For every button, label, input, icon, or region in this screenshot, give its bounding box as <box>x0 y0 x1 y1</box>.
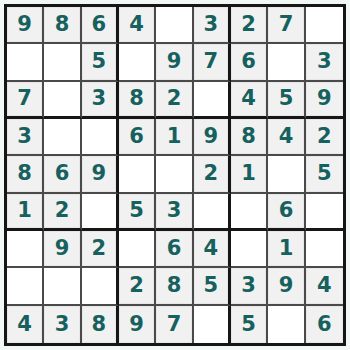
cell-r2c7-given[interactable]: 6 <box>231 44 268 81</box>
cell-r1c5-empty[interactable] <box>156 7 193 44</box>
cell-r9c8-empty[interactable] <box>268 306 305 343</box>
cell-r7c3-given[interactable]: 2 <box>82 231 119 268</box>
cell-r4c1-given[interactable]: 3 <box>7 119 44 156</box>
cell-r5c8-empty[interactable] <box>268 156 305 193</box>
cell-r8c6-given[interactable]: 5 <box>194 268 231 305</box>
cell-r7c1-empty[interactable] <box>7 231 44 268</box>
cell-r2c8-empty[interactable] <box>268 44 305 81</box>
cell-r7c4-empty[interactable] <box>119 231 156 268</box>
cell-r9c2-given[interactable]: 3 <box>44 306 81 343</box>
cell-r5c9-given[interactable]: 5 <box>306 156 343 193</box>
cell-r4c5-given[interactable]: 1 <box>156 119 193 156</box>
cell-r1c6-given[interactable]: 3 <box>194 7 231 44</box>
cell-r4c3-empty[interactable] <box>82 119 119 156</box>
cell-r5c4-empty[interactable] <box>119 156 156 193</box>
cell-r5c2-given[interactable]: 6 <box>44 156 81 193</box>
cell-r1c3-given[interactable]: 6 <box>82 7 119 44</box>
cell-r2c6-given[interactable]: 7 <box>194 44 231 81</box>
cell-r4c8-given[interactable]: 4 <box>268 119 305 156</box>
cell-r4c9-given[interactable]: 2 <box>306 119 343 156</box>
cell-r5c6-given[interactable]: 2 <box>194 156 231 193</box>
cell-r3c9-given[interactable]: 9 <box>306 82 343 119</box>
cell-r8c9-given[interactable]: 4 <box>306 268 343 305</box>
cell-r3c6-empty[interactable] <box>194 82 231 119</box>
cell-r9c6-empty[interactable] <box>194 306 231 343</box>
cell-r3c1-given[interactable]: 7 <box>7 82 44 119</box>
cell-r1c2-given[interactable]: 8 <box>44 7 81 44</box>
cell-r4c2-empty[interactable] <box>44 119 81 156</box>
cell-r5c1-given[interactable]: 8 <box>7 156 44 193</box>
cell-r7c8-given[interactable]: 1 <box>268 231 305 268</box>
cell-r9c5-given[interactable]: 7 <box>156 306 193 343</box>
cell-r1c1-given[interactable]: 9 <box>7 7 44 44</box>
cell-r2c2-empty[interactable] <box>44 44 81 81</box>
cell-r8c8-given[interactable]: 9 <box>268 268 305 305</box>
cell-r5c3-given[interactable]: 9 <box>82 156 119 193</box>
sudoku-board: 9864327597637382459361984286921512536926… <box>4 4 346 346</box>
cell-r9c9-given[interactable]: 6 <box>306 306 343 343</box>
cell-r9c1-given[interactable]: 4 <box>7 306 44 343</box>
cell-r2c5-given[interactable]: 9 <box>156 44 193 81</box>
cell-r6c6-empty[interactable] <box>194 194 231 231</box>
cell-r7c7-empty[interactable] <box>231 231 268 268</box>
cell-r5c7-given[interactable]: 1 <box>231 156 268 193</box>
cell-r8c4-given[interactable]: 2 <box>119 268 156 305</box>
cell-r6c5-given[interactable]: 3 <box>156 194 193 231</box>
cell-r5c5-empty[interactable] <box>156 156 193 193</box>
cell-r6c3-empty[interactable] <box>82 194 119 231</box>
cell-r7c6-given[interactable]: 4 <box>194 231 231 268</box>
cell-r3c3-given[interactable]: 3 <box>82 82 119 119</box>
cell-r3c8-given[interactable]: 5 <box>268 82 305 119</box>
cell-r4c6-given[interactable]: 9 <box>194 119 231 156</box>
cell-r3c7-given[interactable]: 4 <box>231 82 268 119</box>
cell-r1c8-given[interactable]: 7 <box>268 7 305 44</box>
cell-r7c2-given[interactable]: 9 <box>44 231 81 268</box>
cell-r1c9-empty[interactable] <box>306 7 343 44</box>
cell-r3c2-empty[interactable] <box>44 82 81 119</box>
cell-r8c5-given[interactable]: 8 <box>156 268 193 305</box>
cell-r6c8-given[interactable]: 6 <box>268 194 305 231</box>
cell-r6c2-given[interactable]: 2 <box>44 194 81 231</box>
sudoku-page: 9864327597637382459361984286921512536926… <box>0 0 350 350</box>
cell-r8c1-empty[interactable] <box>7 268 44 305</box>
cell-r2c9-given[interactable]: 3 <box>306 44 343 81</box>
cell-r4c7-given[interactable]: 8 <box>231 119 268 156</box>
cell-r7c9-empty[interactable] <box>306 231 343 268</box>
cell-r3c5-given[interactable]: 2 <box>156 82 193 119</box>
cell-r9c7-given[interactable]: 5 <box>231 306 268 343</box>
cell-r7c5-given[interactable]: 6 <box>156 231 193 268</box>
cell-r2c1-empty[interactable] <box>7 44 44 81</box>
cell-r6c7-empty[interactable] <box>231 194 268 231</box>
cell-r6c1-given[interactable]: 1 <box>7 194 44 231</box>
cell-r1c7-given[interactable]: 2 <box>231 7 268 44</box>
cell-r6c9-empty[interactable] <box>306 194 343 231</box>
cell-r9c3-given[interactable]: 8 <box>82 306 119 343</box>
cell-r8c3-empty[interactable] <box>82 268 119 305</box>
cell-r8c2-empty[interactable] <box>44 268 81 305</box>
cell-r6c4-given[interactable]: 5 <box>119 194 156 231</box>
cell-r1c4-given[interactable]: 4 <box>119 7 156 44</box>
cell-r8c7-given[interactable]: 3 <box>231 268 268 305</box>
cell-r2c3-given[interactable]: 5 <box>82 44 119 81</box>
cell-r2c4-empty[interactable] <box>119 44 156 81</box>
cell-r4c4-given[interactable]: 6 <box>119 119 156 156</box>
cell-r9c4-given[interactable]: 9 <box>119 306 156 343</box>
cell-r3c4-given[interactable]: 8 <box>119 82 156 119</box>
